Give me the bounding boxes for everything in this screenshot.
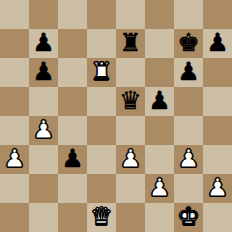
piece-black-pawn[interactable]: ♟ (61, 145, 83, 173)
square-h6[interactable] (203, 58, 232, 87)
square-h5[interactable] (203, 87, 232, 116)
square-a5[interactable] (0, 87, 29, 116)
square-f3[interactable] (145, 145, 174, 174)
square-b3[interactable] (29, 145, 58, 174)
piece-white-rook[interactable]: ♜ (90, 58, 112, 86)
piece-white-pawn[interactable]: ♟ (148, 174, 170, 202)
square-c7[interactable] (58, 29, 87, 58)
square-e5[interactable]: ♛ (116, 87, 145, 116)
square-a8[interactable] (0, 0, 29, 29)
square-c1[interactable] (58, 203, 87, 232)
square-e7[interactable]: ♜ (116, 29, 145, 58)
square-g8[interactable] (174, 0, 203, 29)
square-e6[interactable] (116, 58, 145, 87)
square-h8[interactable] (203, 0, 232, 29)
square-e2[interactable] (116, 174, 145, 203)
square-b1[interactable] (29, 203, 58, 232)
square-d7[interactable] (87, 29, 116, 58)
square-e1[interactable] (116, 203, 145, 232)
square-c2[interactable] (58, 174, 87, 203)
square-f2[interactable]: ♟ (145, 174, 174, 203)
square-b2[interactable] (29, 174, 58, 203)
square-a3[interactable]: ♟ (0, 145, 29, 174)
square-d3[interactable] (87, 145, 116, 174)
square-g6[interactable]: ♟ (174, 58, 203, 87)
piece-white-pawn[interactable]: ♟ (32, 116, 54, 144)
square-g4[interactable] (174, 116, 203, 145)
square-a4[interactable] (0, 116, 29, 145)
piece-white-pawn[interactable]: ♟ (3, 145, 25, 173)
square-g3[interactable]: ♟ (174, 145, 203, 174)
piece-black-rook[interactable]: ♜ (119, 29, 141, 57)
square-f4[interactable] (145, 116, 174, 145)
square-e8[interactable] (116, 0, 145, 29)
square-g1[interactable]: ♚ (174, 203, 203, 232)
square-c4[interactable] (58, 116, 87, 145)
square-f1[interactable] (145, 203, 174, 232)
square-h3[interactable] (203, 145, 232, 174)
square-e3[interactable]: ♟ (116, 145, 145, 174)
piece-white-pawn[interactable]: ♟ (206, 174, 228, 202)
piece-white-pawn[interactable]: ♟ (119, 145, 141, 173)
piece-black-pawn[interactable]: ♟ (32, 58, 54, 86)
piece-white-king[interactable]: ♚ (177, 203, 199, 231)
square-d5[interactable] (87, 87, 116, 116)
piece-black-pawn[interactable]: ♟ (177, 58, 199, 86)
square-g5[interactable] (174, 87, 203, 116)
square-b7[interactable]: ♟ (29, 29, 58, 58)
square-b5[interactable] (29, 87, 58, 116)
chess-board: ♟♜♚♟♟♜♟♛♟♟♟♟♟♟♟♟♛♚ (0, 0, 232, 232)
square-h4[interactable] (203, 116, 232, 145)
square-f7[interactable] (145, 29, 174, 58)
square-a2[interactable] (0, 174, 29, 203)
piece-black-pawn[interactable]: ♟ (148, 87, 170, 115)
square-h1[interactable] (203, 203, 232, 232)
square-a6[interactable] (0, 58, 29, 87)
square-c5[interactable] (58, 87, 87, 116)
square-e4[interactable] (116, 116, 145, 145)
piece-black-queen[interactable]: ♛ (119, 87, 141, 115)
square-h7[interactable]: ♟ (203, 29, 232, 58)
piece-black-pawn[interactable]: ♟ (206, 29, 228, 57)
piece-white-pawn[interactable]: ♟ (177, 145, 199, 173)
square-c3[interactable]: ♟ (58, 145, 87, 174)
square-c6[interactable] (58, 58, 87, 87)
square-d1[interactable]: ♛ (87, 203, 116, 232)
square-f6[interactable] (145, 58, 174, 87)
piece-black-king[interactable]: ♚ (177, 29, 199, 57)
square-a7[interactable] (0, 29, 29, 58)
square-d8[interactable] (87, 0, 116, 29)
square-d2[interactable] (87, 174, 116, 203)
square-c8[interactable] (58, 0, 87, 29)
square-b4[interactable]: ♟ (29, 116, 58, 145)
piece-black-pawn[interactable]: ♟ (32, 29, 54, 57)
square-f5[interactable]: ♟ (145, 87, 174, 116)
square-d6[interactable]: ♜ (87, 58, 116, 87)
square-g7[interactable]: ♚ (174, 29, 203, 58)
square-d4[interactable] (87, 116, 116, 145)
square-g2[interactable] (174, 174, 203, 203)
square-h2[interactable]: ♟ (203, 174, 232, 203)
square-b8[interactable] (29, 0, 58, 29)
piece-white-queen[interactable]: ♛ (90, 203, 112, 231)
square-b6[interactable]: ♟ (29, 58, 58, 87)
square-f8[interactable] (145, 0, 174, 29)
square-a1[interactable] (0, 203, 29, 232)
